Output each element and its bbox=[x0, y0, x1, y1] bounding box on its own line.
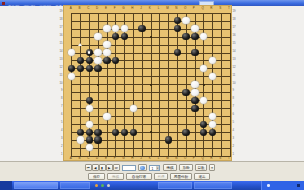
coord-label: L bbox=[154, 6, 163, 10]
white-stone[interactable] bbox=[191, 25, 198, 32]
start-button[interactable] bbox=[0, 181, 12, 190]
white-stone[interactable] bbox=[94, 33, 101, 40]
coord-label: S bbox=[216, 6, 225, 10]
coord-label: 5 bbox=[233, 119, 236, 127]
white-stone[interactable] bbox=[86, 121, 93, 128]
coord-label: P bbox=[189, 6, 198, 10]
coord-label: 1 bbox=[233, 151, 236, 159]
white-stone[interactable] bbox=[130, 105, 137, 112]
coord-label: J bbox=[137, 156, 146, 160]
black-stone[interactable] bbox=[121, 33, 128, 40]
white-stone[interactable] bbox=[86, 144, 93, 151]
toolbar-button-目数[interactable]: 目数 bbox=[195, 164, 207, 171]
coord-label: 12 bbox=[59, 64, 63, 72]
coord-label: 4 bbox=[59, 127, 63, 135]
coord-label: K bbox=[145, 6, 154, 10]
nav-button-4[interactable]: ⏭ bbox=[113, 164, 120, 171]
white-stone[interactable] bbox=[209, 73, 216, 80]
coord-label: 11 bbox=[233, 72, 236, 80]
black-stone[interactable] bbox=[174, 49, 181, 56]
nav-button-1[interactable]: ◀ bbox=[92, 164, 99, 171]
white-stone[interactable] bbox=[94, 57, 101, 64]
coord-label: 10 bbox=[59, 80, 63, 88]
menu-item-0[interactable]: 文件(F) bbox=[8, 5, 19, 9]
toolbar-button-退出[interactable]: 退出 bbox=[194, 173, 210, 180]
black-stone[interactable] bbox=[174, 17, 181, 24]
board-coordinates-left: 19181716151413121110987654321 bbox=[59, 8, 63, 159]
quick-launch-icon-1[interactable] bbox=[101, 184, 104, 187]
black-stone[interactable] bbox=[94, 136, 101, 143]
coord-label: 18 bbox=[233, 16, 236, 24]
coord-label: H bbox=[128, 6, 137, 10]
coord-label: D bbox=[93, 6, 102, 10]
black-stone[interactable] bbox=[138, 25, 145, 32]
black-stone[interactable] bbox=[86, 49, 93, 56]
coord-label: C bbox=[84, 156, 93, 160]
black-stone[interactable] bbox=[86, 97, 93, 104]
bottom-toolbar: ⏮◀▮▶⏭ 1 ▾ 悔棋形势目数≡ 保存悔棋自动打谱暂停局面分析退出 bbox=[0, 161, 304, 182]
coord-label: 15 bbox=[233, 40, 236, 48]
coord-label: 3 bbox=[233, 135, 236, 143]
triangle-marker bbox=[78, 43, 82, 46]
coord-label: 19 bbox=[233, 8, 236, 16]
white-stone[interactable] bbox=[112, 25, 119, 32]
black-stone[interactable] bbox=[191, 97, 198, 104]
black-stone[interactable] bbox=[191, 49, 198, 56]
coord-label: 14 bbox=[233, 48, 236, 56]
black-stone[interactable] bbox=[94, 65, 101, 72]
coord-label: M bbox=[163, 6, 172, 10]
coord-label: 8 bbox=[59, 95, 63, 103]
white-stone[interactable] bbox=[191, 81, 198, 88]
black-stone[interactable] bbox=[209, 129, 216, 136]
nav-button-3[interactable]: ▶ bbox=[106, 164, 113, 171]
board-coordinates-bottom: ABCDEFGHJKLMNOPQRST bbox=[66, 156, 233, 160]
coord-label: F bbox=[110, 6, 119, 10]
white-stone[interactable] bbox=[86, 105, 93, 112]
menu-item-2[interactable]: 棋谱(G) bbox=[39, 5, 51, 9]
black-stone[interactable] bbox=[191, 33, 198, 40]
coord-label: O bbox=[181, 6, 190, 10]
quick-launch-icon-0[interactable] bbox=[95, 184, 98, 187]
coord-label: J bbox=[137, 6, 146, 10]
coord-label: 18 bbox=[59, 16, 63, 24]
menu-item-1[interactable]: 编辑(E) bbox=[23, 5, 35, 9]
white-stone[interactable] bbox=[77, 136, 84, 143]
coord-label: G bbox=[119, 6, 128, 10]
taskbar-task-2[interactable] bbox=[158, 182, 192, 189]
coord-label: 17 bbox=[233, 24, 236, 32]
board-stones-grid[interactable] bbox=[67, 9, 234, 160]
variation-combo-value: 1 bbox=[152, 167, 154, 171]
coord-label: M bbox=[163, 156, 172, 160]
os-taskbar bbox=[0, 181, 304, 190]
coord-label: F bbox=[110, 156, 119, 160]
coord-label: 14 bbox=[59, 48, 63, 56]
black-stone[interactable] bbox=[121, 129, 128, 136]
coord-label: 10 bbox=[233, 80, 236, 88]
black-stone[interactable] bbox=[103, 57, 110, 64]
toolbar-button-暂停[interactable]: 暂停 bbox=[154, 173, 168, 180]
chevron-down-icon: ▾ bbox=[156, 166, 159, 171]
black-stone[interactable] bbox=[165, 136, 172, 143]
black-stone[interactable] bbox=[112, 129, 119, 136]
taskbar-task-1[interactable] bbox=[60, 182, 90, 189]
coord-label: 4 bbox=[233, 127, 236, 135]
black-stone[interactable] bbox=[68, 65, 75, 72]
coord-label: 15 bbox=[59, 40, 63, 48]
white-stone[interactable] bbox=[121, 25, 128, 32]
coord-label: N bbox=[172, 6, 181, 10]
white-stone[interactable] bbox=[209, 57, 216, 64]
black-stone[interactable] bbox=[200, 129, 207, 136]
coord-label: G bbox=[119, 156, 128, 160]
coord-label: R bbox=[207, 156, 216, 160]
black-stone[interactable] bbox=[112, 57, 119, 64]
white-stone[interactable] bbox=[200, 65, 207, 72]
white-stone[interactable] bbox=[200, 97, 207, 104]
toolbar-row-1: ⏮◀▮▶⏭ 1 ▾ 悔棋形势目数≡ bbox=[0, 164, 304, 173]
taskbar-task-3[interactable] bbox=[194, 182, 232, 189]
white-stone[interactable] bbox=[200, 33, 207, 40]
black-stone[interactable] bbox=[130, 129, 137, 136]
coord-label: 9 bbox=[233, 87, 236, 95]
coord-label: R bbox=[207, 6, 216, 10]
tray-clock-icon[interactable] bbox=[297, 184, 300, 188]
coord-label: 2 bbox=[233, 143, 236, 151]
black-stone[interactable] bbox=[174, 25, 181, 32]
toolbar-button-悔棋[interactable]: 悔棋 bbox=[163, 164, 177, 171]
coord-label: H bbox=[128, 156, 137, 160]
coord-label: L bbox=[154, 156, 163, 160]
white-stone[interactable] bbox=[209, 113, 216, 120]
coord-label: 6 bbox=[59, 111, 63, 119]
toolbar-button-≡[interactable]: ≡ bbox=[209, 164, 215, 171]
black-stone[interactable] bbox=[112, 33, 119, 40]
white-stone[interactable] bbox=[68, 73, 75, 80]
quick-launch-icon-2[interactable] bbox=[107, 184, 110, 187]
coord-label: 19 bbox=[59, 8, 63, 16]
white-stone[interactable] bbox=[103, 41, 110, 48]
system-tray bbox=[261, 181, 304, 190]
coord-label: E bbox=[101, 6, 110, 10]
toolbar-button-局面分析[interactable]: 局面分析 bbox=[170, 173, 192, 180]
coord-label: Q bbox=[198, 156, 207, 160]
last-move-marker bbox=[88, 51, 90, 53]
nav-button-0[interactable]: ⏮ bbox=[85, 164, 92, 171]
toolbar-button-保存[interactable]: 保存 bbox=[88, 173, 105, 180]
coord-label: 11 bbox=[59, 72, 63, 80]
black-stone[interactable] bbox=[86, 65, 93, 72]
white-stone[interactable] bbox=[68, 49, 75, 56]
coord-label: 16 bbox=[59, 32, 63, 40]
coord-label: E bbox=[101, 156, 110, 160]
app-icon bbox=[2, 2, 5, 5]
coord-label: Q bbox=[198, 6, 207, 10]
black-stone[interactable] bbox=[94, 129, 101, 136]
coord-label: N bbox=[172, 156, 181, 160]
toolbar-button-自动打谱[interactable]: 自动打谱 bbox=[126, 173, 152, 180]
white-stone[interactable] bbox=[103, 113, 110, 120]
coord-label: D bbox=[93, 156, 102, 160]
coord-label: B bbox=[75, 156, 84, 160]
black-stone[interactable] bbox=[182, 89, 189, 96]
coord-label: 1 bbox=[59, 151, 63, 159]
nav-button-2[interactable]: ▮ bbox=[99, 164, 106, 171]
black-stone[interactable] bbox=[77, 65, 84, 72]
coord-label: 8 bbox=[233, 95, 236, 103]
coord-label: 13 bbox=[233, 56, 236, 64]
coord-label: 2 bbox=[59, 143, 63, 151]
coord-label: C bbox=[84, 6, 93, 10]
coord-label: 16 bbox=[233, 32, 236, 40]
coord-label: 5 bbox=[59, 119, 63, 127]
black-stone[interactable] bbox=[77, 57, 84, 64]
coord-label: 7 bbox=[233, 103, 236, 111]
black-stone[interactable] bbox=[86, 57, 93, 64]
coord-label: A bbox=[66, 6, 75, 10]
board-coordinates-right: 19181716151413121110987654321 bbox=[233, 8, 236, 159]
black-stone[interactable] bbox=[182, 33, 189, 40]
go-board[interactable] bbox=[63, 5, 232, 161]
coord-label: 17 bbox=[59, 24, 63, 32]
white-stone[interactable] bbox=[94, 49, 101, 56]
black-stone[interactable] bbox=[86, 136, 93, 143]
coord-label: K bbox=[145, 156, 154, 160]
black-stone[interactable] bbox=[200, 121, 207, 128]
coord-label: 6 bbox=[233, 111, 236, 119]
black-stone[interactable] bbox=[86, 129, 93, 136]
taskbar-task-0[interactable] bbox=[14, 182, 58, 189]
application-window: 文件(F)编辑(E)棋谱(G)工具(T)窗口(W)帮助(H) ABCDEFGHJ… bbox=[0, 0, 304, 190]
coord-label: P bbox=[189, 156, 198, 160]
white-stone[interactable] bbox=[191, 89, 198, 96]
black-stone[interactable] bbox=[191, 105, 198, 112]
white-stone[interactable] bbox=[182, 17, 189, 24]
globe-icon bbox=[140, 166, 145, 171]
toolbar-button-悔棋[interactable]: 悔棋 bbox=[107, 173, 124, 180]
white-stone[interactable] bbox=[103, 25, 110, 32]
coord-label: 9 bbox=[59, 87, 63, 95]
black-stone[interactable] bbox=[182, 129, 189, 136]
network-button[interactable] bbox=[138, 164, 147, 171]
black-stone[interactable] bbox=[77, 129, 84, 136]
white-stone[interactable] bbox=[209, 121, 216, 128]
coord-label: O bbox=[181, 156, 190, 160]
tray-icon[interactable] bbox=[267, 184, 270, 187]
coord-label: 12 bbox=[233, 64, 236, 72]
move-number-input[interactable] bbox=[122, 165, 136, 172]
coord-label: 13 bbox=[59, 56, 63, 64]
coord-label: B bbox=[75, 6, 84, 10]
toolbar-button-形势[interactable]: 形势 bbox=[179, 164, 193, 171]
white-stone[interactable] bbox=[103, 49, 110, 56]
variation-combo[interactable]: 1 ▾ bbox=[149, 165, 160, 172]
coord-label: A bbox=[66, 156, 75, 160]
board-coordinates-top: ABCDEFGHJKLMNOPQRST bbox=[66, 6, 233, 10]
coord-label: S bbox=[216, 156, 225, 160]
coord-label: 7 bbox=[59, 103, 63, 111]
coord-label: 3 bbox=[59, 135, 63, 143]
